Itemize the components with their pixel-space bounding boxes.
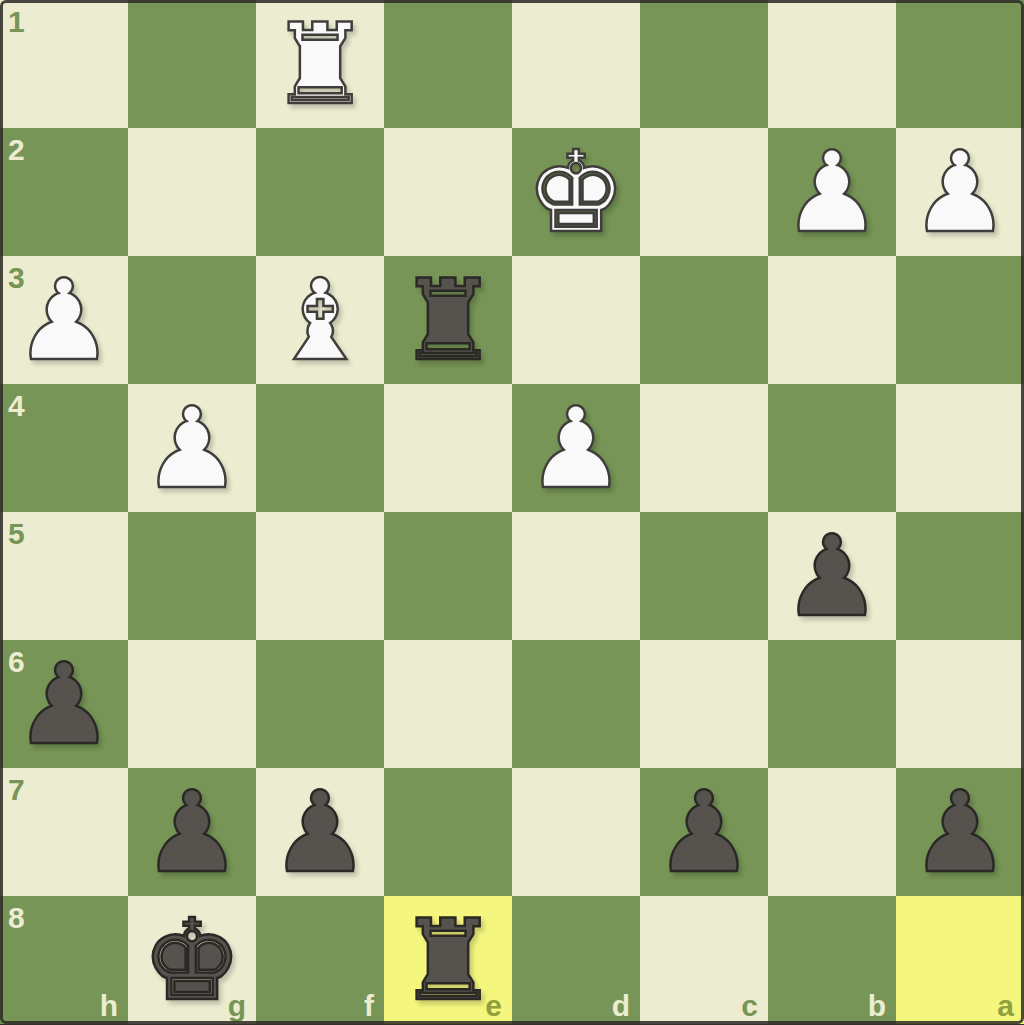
square-d1[interactable] [512, 0, 640, 128]
black-rook[interactable]: ♜ [398, 258, 498, 382]
square-e3[interactable]: ♜ [384, 256, 512, 384]
square-g2[interactable] [128, 128, 256, 256]
square-e4[interactable] [384, 384, 512, 512]
square-g5[interactable] [128, 512, 256, 640]
square-h6[interactable]: 6♟ [0, 640, 128, 768]
square-h1[interactable]: 1 [0, 0, 128, 128]
square-h3[interactable]: 3♟ [0, 256, 128, 384]
square-a2[interactable]: ♟ [896, 128, 1024, 256]
black-pawn[interactable]: ♟ [910, 770, 1010, 894]
file-label-h: h [100, 991, 118, 1021]
square-c4[interactable] [640, 384, 768, 512]
square-e1[interactable] [384, 0, 512, 128]
white-pawn[interactable]: ♟ [142, 386, 242, 510]
white-pawn[interactable]: ♟ [526, 386, 626, 510]
rank-label-7: 7 [8, 775, 25, 805]
square-a6[interactable] [896, 640, 1024, 768]
square-a5[interactable] [896, 512, 1024, 640]
white-pawn[interactable]: ♟ [14, 258, 114, 382]
square-d8[interactable]: d [512, 896, 640, 1024]
square-e6[interactable] [384, 640, 512, 768]
square-b6[interactable] [768, 640, 896, 768]
black-pawn[interactable]: ♟ [14, 642, 114, 766]
square-g1[interactable] [128, 0, 256, 128]
black-pawn[interactable]: ♟ [142, 770, 242, 894]
square-f4[interactable] [256, 384, 384, 512]
square-e7[interactable] [384, 768, 512, 896]
square-d6[interactable] [512, 640, 640, 768]
square-f8[interactable]: f [256, 896, 384, 1024]
square-f1[interactable]: ♜ [256, 0, 384, 128]
square-e5[interactable] [384, 512, 512, 640]
square-d3[interactable] [512, 256, 640, 384]
square-b8[interactable]: b [768, 896, 896, 1024]
square-b3[interactable] [768, 256, 896, 384]
square-c1[interactable] [640, 0, 768, 128]
square-a1[interactable] [896, 0, 1024, 128]
white-rook[interactable]: ♜ [270, 2, 370, 126]
square-a8[interactable]: a [896, 896, 1024, 1024]
square-h4[interactable]: 4 [0, 384, 128, 512]
chess-board: 1♜2♚♟♟3♟♝♜4♟♟5♟6♟7♟♟♟♟8hg♚fe♜dcba [0, 0, 1024, 1024]
square-h7[interactable]: 7 [0, 768, 128, 896]
black-king[interactable]: ♚ [142, 898, 242, 1022]
square-g8[interactable]: g♚ [128, 896, 256, 1024]
white-king[interactable]: ♚ [526, 130, 626, 254]
square-f6[interactable] [256, 640, 384, 768]
square-a7[interactable]: ♟ [896, 768, 1024, 896]
black-pawn[interactable]: ♟ [270, 770, 370, 894]
square-d2[interactable]: ♚ [512, 128, 640, 256]
square-h2[interactable]: 2 [0, 128, 128, 256]
black-rook[interactable]: ♜ [398, 898, 498, 1022]
square-c8[interactable]: c [640, 896, 768, 1024]
square-e2[interactable] [384, 128, 512, 256]
square-b2[interactable]: ♟ [768, 128, 896, 256]
square-b1[interactable] [768, 0, 896, 128]
square-b4[interactable] [768, 384, 896, 512]
square-b5[interactable]: ♟ [768, 512, 896, 640]
rank-label-5: 5 [8, 519, 25, 549]
square-d4[interactable]: ♟ [512, 384, 640, 512]
square-e8[interactable]: e♜ [384, 896, 512, 1024]
square-f5[interactable] [256, 512, 384, 640]
rank-label-1: 1 [8, 7, 25, 37]
black-pawn[interactable]: ♟ [782, 514, 882, 638]
white-bishop[interactable]: ♝ [270, 258, 370, 382]
rank-label-2: 2 [8, 135, 25, 165]
file-label-f: f [364, 991, 374, 1021]
square-g4[interactable]: ♟ [128, 384, 256, 512]
square-d7[interactable] [512, 768, 640, 896]
rank-label-4: 4 [8, 391, 25, 421]
square-h5[interactable]: 5 [0, 512, 128, 640]
square-h8[interactable]: 8h [0, 896, 128, 1024]
square-c3[interactable] [640, 256, 768, 384]
black-pawn[interactable]: ♟ [654, 770, 754, 894]
square-c6[interactable] [640, 640, 768, 768]
file-label-a: a [997, 991, 1014, 1021]
square-g7[interactable]: ♟ [128, 768, 256, 896]
square-b7[interactable] [768, 768, 896, 896]
square-c5[interactable] [640, 512, 768, 640]
file-label-b: b [868, 991, 886, 1021]
square-c2[interactable] [640, 128, 768, 256]
square-g3[interactable] [128, 256, 256, 384]
square-a4[interactable] [896, 384, 1024, 512]
rank-label-8: 8 [8, 903, 25, 933]
white-pawn[interactable]: ♟ [782, 130, 882, 254]
square-g6[interactable] [128, 640, 256, 768]
file-label-c: c [741, 991, 758, 1021]
square-f3[interactable]: ♝ [256, 256, 384, 384]
square-a3[interactable] [896, 256, 1024, 384]
file-label-d: d [612, 991, 630, 1021]
square-c7[interactable]: ♟ [640, 768, 768, 896]
white-pawn[interactable]: ♟ [910, 130, 1010, 254]
square-f2[interactable] [256, 128, 384, 256]
square-d5[interactable] [512, 512, 640, 640]
chess-board-wrap: 1♜2♚♟♟3♟♝♜4♟♟5♟6♟7♟♟♟♟8hg♚fe♜dcba [0, 0, 1024, 1024]
square-f7[interactable]: ♟ [256, 768, 384, 896]
